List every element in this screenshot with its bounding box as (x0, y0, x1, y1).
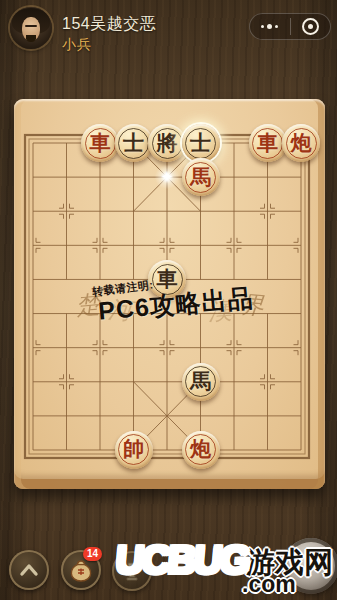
logo-tld: .com (242, 571, 296, 598)
more-dots-icon[interactable] (249, 13, 290, 40)
piece-glyph: 炮 (291, 132, 312, 153)
piece-glyph: 帥 (123, 438, 144, 459)
piece-red-chariot[interactable]: 車 (249, 124, 287, 162)
piece-red-cannon[interactable]: 炮 (282, 124, 320, 162)
piece-glyph: 車 (257, 132, 278, 153)
expand-button[interactable] (9, 550, 49, 590)
player-rank-label: 小兵 (62, 36, 92, 52)
wechat-capsule (249, 13, 331, 40)
bag-badge-count: 14 (83, 547, 102, 561)
piece-glyph: 士 (190, 132, 211, 153)
avatar-beard (26, 35, 36, 42)
piece-red-general[interactable]: 帥 (115, 431, 153, 469)
app-screen: 154吴越交恶 小兵 楚 河 漢 界 車士將士車炮馬車馬帥炮✦ 转载请注明: P… (0, 0, 337, 600)
piece-glyph: 馬 (190, 166, 211, 187)
piece-black-general[interactable]: 將 (148, 124, 186, 162)
piece-red-horse[interactable]: 馬 (182, 158, 220, 196)
piece-glyph: 士 (123, 132, 144, 153)
piece-black-horse[interactable]: 馬 (182, 363, 220, 401)
target-circle-icon[interactable] (291, 13, 332, 40)
piece-glyph: 車 (90, 132, 111, 153)
piece-glyph: 炮 (190, 438, 211, 459)
level-title: 154吴越交恶 (62, 15, 156, 33)
trophy-icon (119, 558, 145, 584)
player-avatar[interactable] (10, 7, 52, 49)
piece-black-advisor[interactable]: 士 (115, 124, 153, 162)
chevron-up-icon (16, 557, 42, 583)
xiangqi-board[interactable]: 楚 河 漢 界 車士將士車炮馬車馬帥炮✦ (14, 99, 325, 489)
logo-site: 游戏网 (246, 546, 333, 578)
avatar-brow (25, 25, 37, 27)
logo-bug: BUG (167, 540, 251, 580)
piece-glyph: 馬 (190, 370, 211, 391)
piece-glyph: 車 (157, 268, 178, 289)
trophy-button[interactable] (112, 551, 152, 591)
piece-black-advisor[interactable]: 士 (182, 124, 220, 162)
piece-red-cannon[interactable]: 炮 (182, 431, 220, 469)
watermark-ball (283, 538, 337, 594)
piece-glyph: 將 (157, 132, 178, 153)
piece-red-chariot[interactable]: 車 (81, 124, 119, 162)
